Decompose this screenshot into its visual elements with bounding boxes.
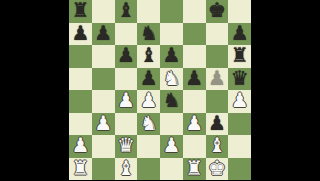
square-f6[interactable] bbox=[183, 45, 206, 68]
square-g1[interactable]: ♚ bbox=[206, 158, 229, 181]
white-pawn-e2[interactable]: ♟ bbox=[162, 135, 180, 155]
square-b6[interactable] bbox=[92, 45, 115, 68]
square-f7[interactable] bbox=[183, 23, 206, 46]
square-b4[interactable] bbox=[92, 90, 115, 113]
square-g2[interactable]: ♝ bbox=[206, 135, 229, 158]
black-pawn-c6[interactable]: ♟ bbox=[117, 45, 135, 65]
square-h1[interactable] bbox=[228, 158, 251, 181]
white-king-g1[interactable]: ♚ bbox=[208, 158, 226, 178]
square-c6[interactable]: ♟ bbox=[115, 45, 138, 68]
square-f2[interactable] bbox=[183, 135, 206, 158]
white-pawn-d4[interactable]: ♟ bbox=[140, 90, 158, 110]
square-a2[interactable]: ♟ bbox=[69, 135, 92, 158]
square-f5[interactable]: ♟ bbox=[183, 68, 206, 91]
white-pawn-f3[interactable]: ♟ bbox=[185, 113, 203, 133]
black-pawn-g3[interactable]: ♟ bbox=[208, 113, 226, 133]
black-pawn-d5[interactable]: ♟ bbox=[140, 68, 158, 88]
square-e7[interactable] bbox=[160, 23, 183, 46]
square-d1[interactable] bbox=[137, 158, 160, 181]
white-knight-d3[interactable]: ♞ bbox=[140, 113, 158, 133]
black-knight-e4[interactable]: ♞ bbox=[162, 90, 180, 110]
square-h6[interactable]: ♜ bbox=[228, 45, 251, 68]
black-rook-a8[interactable]: ♜ bbox=[71, 0, 89, 20]
square-d7[interactable]: ♞ bbox=[137, 23, 160, 46]
white-pawn-a2[interactable]: ♟ bbox=[71, 135, 89, 155]
letterbox-right bbox=[251, 0, 320, 180]
square-g4[interactable] bbox=[206, 90, 229, 113]
white-knight-e5[interactable]: ♞ bbox=[162, 68, 180, 88]
square-c2[interactable]: ♛ bbox=[115, 135, 138, 158]
square-e4[interactable]: ♞ bbox=[160, 90, 183, 113]
square-g6[interactable] bbox=[206, 45, 229, 68]
black-pawn-h7[interactable]: ♟ bbox=[231, 23, 249, 43]
square-c7[interactable] bbox=[115, 23, 138, 46]
white-pawn-c4[interactable]: ♟ bbox=[117, 90, 135, 110]
square-f1[interactable]: ♜ bbox=[183, 158, 206, 181]
square-g3[interactable]: ♟ bbox=[206, 113, 229, 136]
square-c5[interactable] bbox=[115, 68, 138, 91]
chess-board[interactable]: ♜♝♚♟♟♞♟♟♝♟♜♟♞♟♟♛♟♟♞♟♟♞♟♟♟♛♟♝♜♝♜♚ bbox=[69, 0, 251, 180]
square-b5[interactable] bbox=[92, 68, 115, 91]
square-e6[interactable]: ♟ bbox=[160, 45, 183, 68]
square-d3[interactable]: ♞ bbox=[137, 113, 160, 136]
square-a4[interactable] bbox=[69, 90, 92, 113]
black-queen-h5[interactable]: ♛ bbox=[231, 68, 249, 88]
square-e3[interactable] bbox=[160, 113, 183, 136]
square-d2[interactable] bbox=[137, 135, 160, 158]
white-rook-f1[interactable]: ♜ bbox=[185, 158, 203, 178]
black-knight-d7[interactable]: ♞ bbox=[140, 23, 158, 43]
ghost-black-pawn-g5: ♟ bbox=[208, 68, 226, 88]
square-c1[interactable]: ♝ bbox=[115, 158, 138, 181]
black-rook-h6[interactable]: ♜ bbox=[231, 45, 249, 65]
white-bishop-c1[interactable]: ♝ bbox=[117, 158, 135, 178]
black-pawn-b7[interactable]: ♟ bbox=[94, 23, 112, 43]
black-pawn-a7[interactable]: ♟ bbox=[71, 23, 89, 43]
black-pawn-f5[interactable]: ♟ bbox=[185, 68, 203, 88]
square-c4[interactable]: ♟ bbox=[115, 90, 138, 113]
square-f8[interactable] bbox=[183, 0, 206, 23]
square-b3[interactable]: ♟ bbox=[92, 113, 115, 136]
black-bishop-c8[interactable]: ♝ bbox=[117, 0, 135, 20]
square-a8[interactable]: ♜ bbox=[69, 0, 92, 23]
square-b2[interactable] bbox=[92, 135, 115, 158]
white-queen-c2[interactable]: ♛ bbox=[117, 135, 135, 155]
square-c3[interactable] bbox=[115, 113, 138, 136]
square-e8[interactable] bbox=[160, 0, 183, 23]
square-e2[interactable]: ♟ bbox=[160, 135, 183, 158]
square-h8[interactable] bbox=[228, 0, 251, 23]
square-b8[interactable] bbox=[92, 0, 115, 23]
square-a7[interactable]: ♟ bbox=[69, 23, 92, 46]
square-d4[interactable]: ♟ bbox=[137, 90, 160, 113]
square-h4[interactable]: ♟ bbox=[228, 90, 251, 113]
black-king-g8[interactable]: ♚ bbox=[208, 0, 226, 20]
square-f4[interactable] bbox=[183, 90, 206, 113]
square-b7[interactable]: ♟ bbox=[92, 23, 115, 46]
square-d8[interactable] bbox=[137, 0, 160, 23]
white-bishop-g2[interactable]: ♝ bbox=[208, 135, 226, 155]
square-f3[interactable]: ♟ bbox=[183, 113, 206, 136]
square-g8[interactable]: ♚ bbox=[206, 0, 229, 23]
square-a1[interactable]: ♜ bbox=[69, 158, 92, 181]
black-pawn-e6[interactable]: ♟ bbox=[162, 45, 180, 65]
square-a3[interactable] bbox=[69, 113, 92, 136]
white-rook-a1[interactable]: ♜ bbox=[71, 158, 89, 178]
white-pawn-b3[interactable]: ♟ bbox=[94, 113, 112, 133]
white-pawn-h4[interactable]: ♟ bbox=[231, 90, 249, 110]
square-h7[interactable]: ♟ bbox=[228, 23, 251, 46]
square-h3[interactable] bbox=[228, 113, 251, 136]
square-d6[interactable]: ♝ bbox=[137, 45, 160, 68]
square-g5[interactable]: ♟ bbox=[206, 68, 229, 91]
square-c8[interactable]: ♝ bbox=[115, 0, 138, 23]
square-e1[interactable] bbox=[160, 158, 183, 181]
black-bishop-d6[interactable]: ♝ bbox=[140, 45, 158, 65]
square-g7[interactable] bbox=[206, 23, 229, 46]
square-a6[interactable] bbox=[69, 45, 92, 68]
square-b1[interactable] bbox=[92, 158, 115, 181]
square-a5[interactable] bbox=[69, 68, 92, 91]
square-e5[interactable]: ♞ bbox=[160, 68, 183, 91]
square-d5[interactable]: ♟ bbox=[137, 68, 160, 91]
square-h5[interactable]: ♛ bbox=[228, 68, 251, 91]
letterbox-left bbox=[0, 0, 69, 180]
square-h2[interactable] bbox=[228, 135, 251, 158]
